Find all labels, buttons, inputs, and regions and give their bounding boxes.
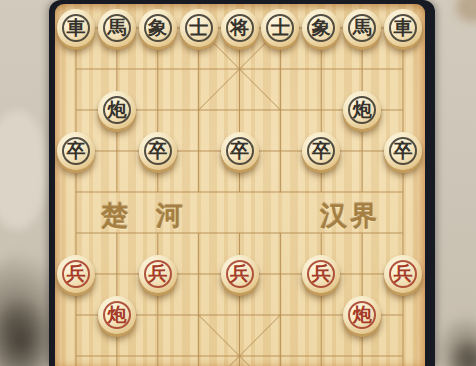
river-label-han-jie: 汉界 [320,201,380,231]
piece-red-soldier[interactable]: 兵 [384,255,422,293]
piece-black-rook[interactable]: 車 [384,9,422,47]
xiangqi-board[interactable]: 楚河 汉界 車馬象士将士象馬車炮炮卒卒卒卒卒兵兵兵兵兵炮炮 [55,4,425,366]
piece-red-cannon[interactable]: 炮 [98,296,136,334]
piece-black-soldier[interactable]: 卒 [221,132,259,170]
app-window: 楚河 汉界 車馬象士将士象馬車炮炮卒卒卒卒卒兵兵兵兵兵炮炮 [0,0,476,366]
piece-character: 卒 [67,141,86,160]
piece-black-soldier[interactable]: 卒 [57,132,95,170]
piece-character: 兵 [312,264,331,283]
piece-red-cannon[interactable]: 炮 [343,296,381,334]
piece-character: 馬 [107,18,126,37]
piece-character: 士 [271,18,290,37]
piece-black-horse[interactable]: 馬 [343,9,381,47]
piece-black-horse[interactable]: 馬 [98,9,136,47]
piece-red-soldier[interactable]: 兵 [139,255,177,293]
piece-character: 炮 [353,305,372,324]
piece-black-soldier[interactable]: 卒 [302,132,340,170]
piece-character: 馬 [353,18,372,37]
piece-black-soldier[interactable]: 卒 [139,132,177,170]
piece-character: 卒 [230,141,249,160]
piece-character: 卒 [394,141,413,160]
piece-character: 炮 [107,100,126,119]
piece-black-general[interactable]: 将 [221,9,259,47]
piece-character: 炮 [107,305,126,324]
piece-red-soldier[interactable]: 兵 [302,255,340,293]
piece-character: 車 [67,18,86,37]
board-panel: 楚河 汉界 車馬象士将士象馬車炮炮卒卒卒卒卒兵兵兵兵兵炮炮 [49,0,435,366]
piece-black-rook[interactable]: 車 [57,9,95,47]
piece-character: 車 [394,18,413,37]
piece-black-elephant[interactable]: 象 [139,9,177,47]
background-ink-wash-cloud [0,110,48,230]
piece-character: 卒 [312,141,331,160]
piece-character: 士 [189,18,208,37]
background-corner-blotch [456,0,476,22]
background-ink-mountain-right [436,316,476,366]
piece-black-cannon[interactable]: 炮 [343,91,381,129]
piece-red-soldier[interactable]: 兵 [57,255,95,293]
piece-character: 兵 [230,264,249,283]
piece-character: 炮 [353,100,372,119]
piece-black-cannon[interactable]: 炮 [98,91,136,129]
piece-character: 兵 [67,264,86,283]
piece-black-soldier[interactable]: 卒 [384,132,422,170]
piece-black-elephant[interactable]: 象 [302,9,340,47]
piece-character: 兵 [394,264,413,283]
background-ink-mountain-left-dark [0,298,52,366]
piece-black-advisor[interactable]: 士 [180,9,218,47]
background-ink-mountain-right-dark [448,340,476,366]
piece-red-soldier[interactable]: 兵 [221,255,259,293]
river-label-chu-he: 楚河 [101,201,211,231]
piece-character: 将 [230,18,249,37]
piece-character: 象 [312,18,331,37]
piece-character: 兵 [148,264,167,283]
piece-character: 卒 [148,141,167,160]
piece-character: 象 [148,18,167,37]
